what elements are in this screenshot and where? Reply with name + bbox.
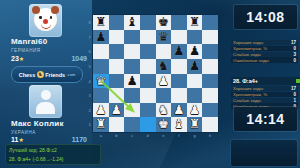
stat-row: Хорошие ходы17 [231, 86, 298, 91]
square-b7[interactable] [109, 30, 125, 45]
stat-label: Ошибочные ходы [233, 58, 269, 63]
file-label-d: d [140, 133, 156, 138]
stat-row: Ошибочные ходы0 [231, 57, 298, 62]
square-e6[interactable] [156, 44, 172, 59]
white-pawn-a2[interactable]: ♟ [93, 103, 109, 118]
square-e3[interactable] [156, 88, 172, 103]
move-list-area[interactable] [231, 140, 297, 166]
square-h6[interactable] [202, 44, 218, 59]
knight-badge-icon: ♞ [37, 71, 44, 78]
stat-value: 0 [293, 58, 296, 63]
file-labels: abcdefgh [93, 133, 218, 139]
move-quality-indicator [296, 79, 300, 83]
white-pawn-b2[interactable]: ♟ [109, 103, 125, 118]
square-h8[interactable] [202, 15, 218, 30]
square-h2[interactable] [202, 103, 218, 118]
square-b2[interactable]: ♟ [109, 103, 125, 118]
stat-value: 1 [293, 98, 296, 103]
person-avatar-icon [29, 85, 62, 118]
stat-row: Хронометраж, %0 [231, 46, 298, 51]
stat-label: Хронометраж, % [233, 92, 267, 97]
rank-label-2: 2 [87, 108, 92, 113]
square-a3[interactable] [93, 88, 109, 103]
square-g6[interactable]: ♟ [187, 44, 203, 59]
black-pawn-c4[interactable]: ♟ [124, 74, 140, 89]
file-label-a: a [93, 133, 109, 138]
square-f1[interactable]: ♝ [171, 117, 187, 132]
square-c2[interactable] [124, 103, 140, 118]
white-knight-e2[interactable]: ♞ [156, 103, 172, 118]
logo-word2: Friends [45, 72, 65, 78]
stat-value: 17 [291, 86, 296, 91]
stat-label: Слабые ходы [233, 98, 261, 103]
square-a8[interactable]: ♜ [93, 15, 109, 30]
file-label-h: h [202, 133, 218, 138]
stat-value: 17 [291, 40, 296, 45]
square-g8[interactable]: ♜ [187, 15, 203, 30]
last-move-eval-text: 28. Ф:а4+ (-0.68→-1.24) [9, 155, 97, 164]
square-a4[interactable]: ♛ [93, 74, 109, 89]
black-pawn-f6[interactable]: ♟ [171, 44, 187, 59]
black-pawn-a7[interactable]: ♟ [93, 30, 109, 45]
stat-value: 3 [293, 52, 296, 57]
square-e7[interactable]: ♛ [156, 30, 172, 45]
square-d4[interactable] [140, 74, 156, 89]
square-f6[interactable]: ♟ [171, 44, 187, 59]
square-b1[interactable] [109, 117, 125, 132]
square-f8[interactable] [171, 15, 187, 30]
bottom-player-stars: 11★ [11, 136, 24, 143]
square-c8[interactable]: ♝ [124, 15, 140, 30]
square-c4[interactable]: ♟ [124, 74, 140, 89]
square-g2[interactable]: ♟ [187, 103, 203, 118]
square-a7[interactable]: ♟ [93, 30, 109, 45]
rank-label-4: 4 [87, 79, 92, 84]
bottom-player-name: Макс Коплик [11, 119, 64, 128]
chess-app-window: Manrai60 ГЕРМАНИЯ 23★ 1049 Chess ♞ Frien… [0, 0, 300, 168]
square-h4[interactable] [202, 74, 218, 89]
stat-value: 0 [293, 46, 296, 51]
square-h1[interactable] [202, 117, 218, 132]
white-pawn-e4[interactable]: ♟ [156, 74, 172, 89]
square-g3[interactable] [187, 88, 203, 103]
top-player-name: Manrai60 [11, 37, 47, 46]
black-bishop-c8[interactable]: ♝ [124, 15, 140, 30]
bottom-player-clock: 14:14 [234, 107, 297, 131]
square-d1[interactable] [140, 117, 156, 132]
white-rook-a1[interactable]: ♜ [93, 117, 109, 132]
square-e2[interactable]: ♞ [156, 103, 172, 118]
square-h5[interactable] [202, 59, 218, 74]
chessfriends-logo[interactable]: Chess ♞ Friends .com [11, 66, 83, 83]
avatar-bottom-player[interactable] [29, 85, 62, 118]
square-e4[interactable]: ♟ [156, 74, 172, 89]
white-bishop-f1[interactable]: ♝ [171, 117, 187, 132]
square-a6[interactable] [93, 44, 109, 59]
square-b5[interactable] [109, 59, 125, 74]
square-b6[interactable] [109, 44, 125, 59]
stat-row: Слабые ходы3 [231, 52, 298, 57]
square-e5[interactable]: ♞ [156, 59, 172, 74]
rank-label-7: 7 [87, 35, 92, 40]
white-queen-a4[interactable]: ♛ [93, 74, 109, 89]
star-icon: ★ [18, 136, 23, 143]
square-f7[interactable] [171, 30, 187, 45]
stat-label: Хорошие ходы [233, 40, 263, 45]
square-d3[interactable] [140, 88, 156, 103]
black-rook-g8[interactable]: ♜ [187, 15, 203, 30]
best-move-text: Лучший ход: 28.Ф:с2 [9, 146, 97, 155]
square-f2[interactable]: ♟ [171, 103, 187, 118]
square-b3[interactable] [109, 88, 125, 103]
square-c3[interactable] [124, 88, 140, 103]
square-g5[interactable]: ♟ [187, 59, 203, 74]
chess-board[interactable]: ♜♝♚♜♟♛♟♟♞♟♛♟♟♟♟♞♟♟♜♚♝♜ [93, 15, 218, 132]
square-d6[interactable] [140, 44, 156, 59]
rank-label-1: 1 [87, 122, 92, 127]
bottom-player-rating: 1170 [72, 136, 87, 143]
top-player-rating: 1049 [71, 55, 87, 62]
last-move-notation: 28. Ф:а4+ [233, 78, 258, 84]
bottom-player-rating-row: 11★ 1170 [11, 136, 87, 143]
rank-label-5: 5 [87, 64, 92, 69]
square-g1[interactable]: ♜ [187, 117, 203, 132]
players-panel: Manrai60 ГЕРМАНИЯ 23★ 1049 Chess ♞ Frien… [0, 0, 92, 168]
square-c1[interactable] [124, 117, 140, 132]
black-pawn-g6[interactable]: ♟ [187, 44, 203, 59]
file-label-e: e [156, 133, 172, 138]
engine-analysis-box: Лучший ход: 28.Ф:с2 28. Ф:а4+ (-0.68→-1.… [5, 144, 101, 165]
stat-row: Хронометраж, %0 [231, 92, 298, 97]
rank-label-6: 6 [87, 49, 92, 54]
logo-suffix: .com [67, 72, 76, 77]
stat-row: Слабые ходы1 [231, 98, 298, 103]
avatar-top-player[interactable] [29, 4, 62, 37]
top-player-rating-row: 23★ 1049 [11, 55, 87, 62]
square-f3[interactable] [171, 88, 187, 103]
stat-label: Хронометраж, % [233, 46, 267, 51]
white-pawn-f2[interactable]: ♟ [171, 103, 187, 118]
bottom-player-stats-block: Хорошие ходы17Хронометраж, %0Слабые ходы… [231, 86, 298, 109]
last-move-header[interactable]: 28. Ф:а4+ [231, 77, 300, 85]
logo-word1: Chess [19, 72, 36, 78]
rank-label-3: 3 [87, 93, 92, 98]
square-f5[interactable] [171, 59, 187, 74]
clown-avatar-image [34, 8, 57, 31]
square-f4[interactable] [171, 74, 187, 89]
square-b8[interactable] [109, 15, 125, 30]
top-player-stars: 23★ [11, 55, 24, 62]
square-d2[interactable] [140, 103, 156, 118]
black-pawn-g5[interactable]: ♟ [187, 59, 203, 74]
file-label-c: c [124, 133, 140, 138]
black-king-e8[interactable]: ♚ [156, 15, 172, 30]
white-king-e1[interactable]: ♚ [156, 117, 172, 132]
square-b4[interactable] [109, 74, 125, 89]
square-d5[interactable] [140, 59, 156, 74]
top-player-clock: 14:08 [234, 5, 297, 29]
black-rook-a8[interactable]: ♜ [93, 15, 109, 30]
square-c6[interactable] [124, 44, 140, 59]
top-player-stats-block: Хорошие ходы17Хронометраж, %0Слабые ходы… [231, 40, 298, 63]
square-d7[interactable] [140, 30, 156, 45]
square-g4[interactable] [187, 74, 203, 89]
square-c5[interactable] [124, 59, 140, 74]
square-g7[interactable] [187, 30, 203, 45]
stat-label: Слабые ходы [233, 52, 261, 57]
file-label-b: b [109, 133, 125, 138]
file-label-f: f [171, 133, 187, 138]
white-pawn-g2[interactable]: ♟ [187, 103, 203, 118]
star-icon: ★ [19, 55, 24, 62]
rank-label-8: 8 [87, 20, 92, 25]
white-rook-g1[interactable]: ♜ [187, 117, 203, 132]
square-a1[interactable]: ♜ [93, 117, 109, 132]
square-h3[interactable] [202, 88, 218, 103]
square-a2[interactable]: ♟ [93, 103, 109, 118]
file-label-g: g [187, 133, 203, 138]
rank-labels: 87654321 [87, 15, 92, 132]
stat-label: Хорошие ходы [233, 86, 263, 91]
square-e8[interactable]: ♚ [156, 15, 172, 30]
top-player-country: ГЕРМАНИЯ [11, 48, 41, 53]
square-a5[interactable] [93, 59, 109, 74]
black-queen-e7[interactable]: ♛ [156, 30, 172, 45]
square-c7[interactable] [124, 30, 140, 45]
square-d8[interactable] [140, 15, 156, 30]
stat-row: Хорошие ходы17 [231, 40, 298, 45]
stat-value: 0 [293, 92, 296, 97]
black-knight-e5[interactable]: ♞ [156, 59, 172, 74]
square-h7[interactable] [202, 30, 218, 45]
bottom-player-country: УКРАИНА [11, 130, 36, 135]
square-e1[interactable]: ♚ [156, 117, 172, 132]
